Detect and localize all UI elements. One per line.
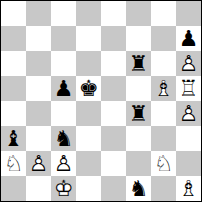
square-d5[interactable]: ♚: [76, 76, 101, 101]
square-b6[interactable]: [26, 51, 51, 76]
square-a4[interactable]: [1, 101, 26, 126]
square-a6[interactable]: [1, 51, 26, 76]
square-g6[interactable]: [151, 51, 176, 76]
square-c2[interactable]: ♟♙: [51, 151, 76, 176]
black-rook: ♜: [126, 51, 151, 76]
square-f8[interactable]: [126, 1, 151, 26]
square-b8[interactable]: [26, 1, 51, 26]
square-a5[interactable]: [1, 76, 26, 101]
square-e5[interactable]: [101, 76, 126, 101]
piece-outline: ♙: [176, 51, 201, 76]
square-h4[interactable]: ♟♙: [176, 101, 201, 126]
square-g7[interactable]: [151, 26, 176, 51]
square-c7[interactable]: [51, 26, 76, 51]
piece-outline: ♙: [51, 151, 76, 176]
square-g1[interactable]: [151, 176, 176, 201]
square-d6[interactable]: [76, 51, 101, 76]
square-h6[interactable]: ♟♙: [176, 51, 201, 76]
white-pawn: ♟♙: [26, 151, 51, 176]
square-c6[interactable]: [51, 51, 76, 76]
chess-board: ♟♜♟♙♟♚♝♗♜♖♜♟♙♝♞♞♘♟♙♟♙♞♘♚♔♞♝♗: [0, 0, 202, 202]
square-f1[interactable]: ♞: [126, 176, 151, 201]
square-c1[interactable]: ♚♔: [51, 176, 76, 201]
square-f2[interactable]: [126, 151, 151, 176]
square-f6[interactable]: ♜: [126, 51, 151, 76]
piece-outline: ♔: [51, 176, 76, 201]
white-pawn: ♟♙: [176, 51, 201, 76]
square-h8[interactable]: [176, 1, 201, 26]
black-rook: ♜: [126, 101, 151, 126]
white-knight: ♞♘: [1, 151, 26, 176]
square-h7[interactable]: ♟: [176, 26, 201, 51]
square-e3[interactable]: [101, 126, 126, 151]
square-g4[interactable]: [151, 101, 176, 126]
square-c5[interactable]: ♟: [51, 76, 76, 101]
square-e6[interactable]: [101, 51, 126, 76]
square-e7[interactable]: [101, 26, 126, 51]
square-c4[interactable]: [51, 101, 76, 126]
black-pawn: ♟: [176, 26, 201, 51]
square-g2[interactable]: ♞♘: [151, 151, 176, 176]
square-b4[interactable]: [26, 101, 51, 126]
square-e4[interactable]: [101, 101, 126, 126]
white-bishop: ♝♗: [176, 176, 201, 201]
square-h2[interactable]: [176, 151, 201, 176]
square-h3[interactable]: [176, 126, 201, 151]
square-a1[interactable]: [1, 176, 26, 201]
square-g8[interactable]: [151, 1, 176, 26]
piece-outline: ♗: [151, 76, 176, 101]
square-a8[interactable]: [1, 1, 26, 26]
square-d4[interactable]: [76, 101, 101, 126]
black-king: ♚: [76, 76, 101, 101]
piece-outline: ♘: [1, 151, 26, 176]
piece-outline: ♙: [176, 101, 201, 126]
black-knight: ♞: [126, 176, 151, 201]
white-pawn: ♟♙: [51, 151, 76, 176]
square-a2[interactable]: ♞♘: [1, 151, 26, 176]
square-d2[interactable]: [76, 151, 101, 176]
square-d1[interactable]: [76, 176, 101, 201]
piece-outline: ♖: [176, 76, 201, 101]
black-knight: ♞: [51, 126, 76, 151]
square-e8[interactable]: [101, 1, 126, 26]
piece-outline: ♗: [176, 176, 201, 201]
white-bishop: ♝♗: [151, 76, 176, 101]
square-c8[interactable]: [51, 1, 76, 26]
piece-outline: ♙: [26, 151, 51, 176]
square-f3[interactable]: [126, 126, 151, 151]
black-bishop: ♝: [1, 126, 26, 151]
white-king: ♚♔: [51, 176, 76, 201]
square-b1[interactable]: [26, 176, 51, 201]
square-b2[interactable]: ♟♙: [26, 151, 51, 176]
square-b5[interactable]: [26, 76, 51, 101]
square-a7[interactable]: [1, 26, 26, 51]
square-g3[interactable]: [151, 126, 176, 151]
square-f4[interactable]: ♜: [126, 101, 151, 126]
square-a3[interactable]: ♝: [1, 126, 26, 151]
square-d8[interactable]: [76, 1, 101, 26]
square-b7[interactable]: [26, 26, 51, 51]
square-b3[interactable]: [26, 126, 51, 151]
black-pawn: ♟: [51, 76, 76, 101]
square-e2[interactable]: [101, 151, 126, 176]
square-g5[interactable]: ♝♗: [151, 76, 176, 101]
square-f7[interactable]: [126, 26, 151, 51]
square-d7[interactable]: [76, 26, 101, 51]
square-f5[interactable]: [126, 76, 151, 101]
square-c3[interactable]: ♞: [51, 126, 76, 151]
white-pawn: ♟♙: [176, 101, 201, 126]
white-knight: ♞♘: [151, 151, 176, 176]
square-h5[interactable]: ♜♖: [176, 76, 201, 101]
square-h1[interactable]: ♝♗: [176, 176, 201, 201]
white-rook: ♜♖: [176, 76, 201, 101]
square-d3[interactable]: [76, 126, 101, 151]
square-e1[interactable]: [101, 176, 126, 201]
piece-outline: ♘: [151, 151, 176, 176]
